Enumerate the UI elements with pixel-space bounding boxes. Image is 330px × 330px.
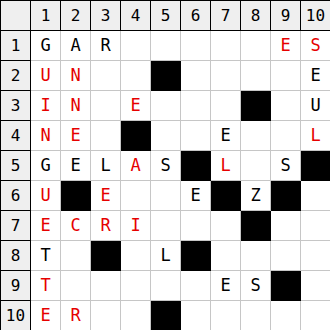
cell-r4c9[interactable] [271,121,301,151]
cell-r5c7[interactable]: L [211,151,241,181]
cell-r4c2[interactable]: E [61,121,91,151]
cell-r2c6[interactable] [181,61,211,91]
cell-r2c4[interactable] [121,61,151,91]
cell-r1c8[interactable] [241,31,271,61]
cell-r5c8[interactable] [241,151,271,181]
cell-r6c9-black [271,181,301,211]
cell-r5c9[interactable]: S [271,151,301,181]
cell-r7c10[interactable] [301,211,330,241]
row-header-1: 1 [1,31,31,61]
cell-r6c3[interactable]: E [91,181,121,211]
cell-r4c7[interactable]: E [211,121,241,151]
cell-r4c4-black [121,121,151,151]
cell-r3c7[interactable] [211,91,241,121]
cell-r1c7[interactable] [211,31,241,61]
cell-r9c7[interactable]: E [211,271,241,301]
cell-r8c4[interactable] [121,241,151,271]
cell-r5c1[interactable]: G [31,151,61,181]
cell-r10c7[interactable] [211,301,241,330]
cell-r2c8[interactable] [241,61,271,91]
cell-r3c1[interactable]: I [31,91,61,121]
row-header-10: 10 [1,301,31,330]
row-header-7: 7 [1,211,31,241]
cell-r3c4[interactable]: E [121,91,151,121]
col-header-6: 6 [181,1,211,31]
cell-r10c8[interactable] [241,301,271,330]
cell-r8c6-black [181,241,211,271]
cell-r8c9[interactable] [271,241,301,271]
col-header-7: 7 [211,1,241,31]
cell-r1c6[interactable] [181,31,211,61]
row-header-4: 4 [1,121,31,151]
cell-r3c6[interactable] [181,91,211,121]
cell-r9c3[interactable] [91,271,121,301]
cell-r9c10[interactable] [301,271,330,301]
cell-r7c5[interactable] [151,211,181,241]
cell-r7c8-black [241,211,271,241]
cell-r7c9[interactable] [271,211,301,241]
cell-r9c5[interactable] [151,271,181,301]
cell-r2c7[interactable] [211,61,241,91]
cell-r4c8[interactable] [241,121,271,151]
cell-r4c5[interactable] [151,121,181,151]
cell-r6c10[interactable] [301,181,330,211]
cell-r8c3-black [91,241,121,271]
cell-r10c9[interactable] [271,301,301,330]
cell-r8c1[interactable]: T [31,241,61,271]
cell-r10c5-black [151,301,181,330]
cell-r9c8[interactable]: S [241,271,271,301]
cell-r2c2[interactable]: N [61,61,91,91]
col-header-1: 1 [31,1,61,31]
cell-r5c10-black [301,151,330,181]
cell-r1c5[interactable] [151,31,181,61]
cell-r3c5[interactable] [151,91,181,121]
cell-r3c9[interactable] [271,91,301,121]
cell-r1c9[interactable]: E [271,31,301,61]
cell-r10c4[interactable] [121,301,151,330]
col-header-9: 9 [271,1,301,31]
col-header-5: 5 [151,1,181,31]
col-header-2: 2 [61,1,91,31]
col-header-4: 4 [121,1,151,31]
board: 123456789101GARES2UNE3INEU4NEEL5GELASLS6… [0,0,330,330]
crossword-board-wrap: 123456789101GARES2UNE3INEU4NEEL5GELASLS6… [0,0,330,330]
cell-r9c4[interactable] [121,271,151,301]
cell-r1c1[interactable]: G [31,31,61,61]
cell-r2c1[interactable]: U [31,61,61,91]
cell-r6c7-black [211,181,241,211]
cell-r5c2[interactable]: E [61,151,91,181]
col-header-3: 3 [91,1,121,31]
cell-r6c5[interactable] [151,181,181,211]
cell-r2c9[interactable] [271,61,301,91]
cell-r4c6[interactable] [181,121,211,151]
cell-r2c3[interactable] [91,61,121,91]
cell-r8c8[interactable] [241,241,271,271]
cell-r1c3[interactable]: R [91,31,121,61]
cell-r3c10[interactable]: U [301,91,330,121]
cell-r8c7[interactable] [211,241,241,271]
cell-r4c3[interactable] [91,121,121,151]
cell-r8c2[interactable] [61,241,91,271]
cell-r6c4[interactable] [121,181,151,211]
row-header-6: 6 [1,181,31,211]
cell-r6c2-black [61,181,91,211]
cell-r7c6[interactable] [181,211,211,241]
cell-r1c4[interactable] [121,31,151,61]
cell-r7c3[interactable]: R [91,211,121,241]
cell-r3c3[interactable] [91,91,121,121]
cell-r2c10[interactable]: E [301,61,330,91]
cell-r10c3[interactable] [91,301,121,330]
cell-r6c6[interactable]: E [181,181,211,211]
cell-r8c10[interactable] [301,241,330,271]
cell-r6c8[interactable]: Z [241,181,271,211]
corner-cell [1,1,31,31]
cell-r4c1[interactable]: N [31,121,61,151]
cell-r9c6[interactable] [181,271,211,301]
cell-r10c2[interactable]: R [61,301,91,330]
cell-r5c3[interactable]: L [91,151,121,181]
row-header-5: 5 [1,151,31,181]
cell-r3c2[interactable]: N [61,91,91,121]
cell-r5c5[interactable]: S [151,151,181,181]
cell-r6c1[interactable]: U [31,181,61,211]
cell-r5c6-black [181,151,211,181]
cell-r10c6[interactable] [181,301,211,330]
cell-r4c10[interactable]: L [301,121,330,151]
cell-r7c7[interactable] [211,211,241,241]
row-header-9: 9 [1,271,31,301]
row-header-3: 3 [1,91,31,121]
cell-r2c5-black [151,61,181,91]
cell-r10c10[interactable] [301,301,330,330]
col-header-8: 8 [241,1,271,31]
col-header-10: 10 [301,1,330,31]
cell-r1c2[interactable]: A [61,31,91,61]
cell-r5c4[interactable]: A [121,151,151,181]
cell-r7c2[interactable]: C [61,211,91,241]
row-header-2: 2 [1,61,31,91]
cell-r7c1[interactable]: E [31,211,61,241]
cell-r8c5[interactable]: L [151,241,181,271]
cell-r3c8-black [241,91,271,121]
cell-r9c9-black [271,271,301,301]
row-header-8: 8 [1,241,31,271]
cell-r10c1[interactable]: E [31,301,61,330]
cell-r9c2[interactable] [61,271,91,301]
cell-r9c1[interactable]: T [31,271,61,301]
cell-r7c4[interactable]: I [121,211,151,241]
cell-r1c10[interactable]: S [301,31,330,61]
